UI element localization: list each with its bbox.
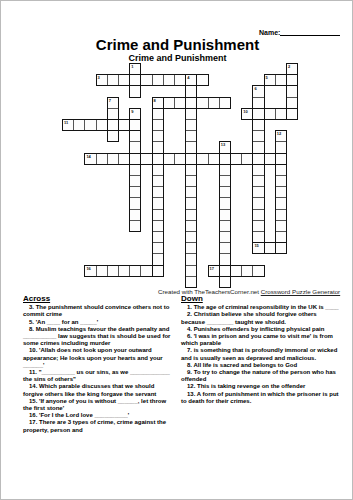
grid-cell[interactable] <box>174 153 186 165</box>
grid-cell[interactable] <box>264 153 276 165</box>
down-clue: 7. is something that is profoundly immor… <box>181 347 341 361</box>
grid-cell[interactable] <box>129 85 141 97</box>
clue-number: 4 <box>187 76 189 80</box>
down-clue-list: 1. The age of criminal responsibility in… <box>181 304 341 405</box>
credit-text: Created with TheTeachersCorner.net <box>158 288 261 295</box>
down-clue: 9. To try to change the nature of the pe… <box>181 369 341 383</box>
generator-link[interactable]: Crossword Puzzle Generator <box>261 288 340 295</box>
crossword-grid: 1234561578910111213141617 <box>62 63 310 293</box>
grid-cell[interactable] <box>196 74 208 86</box>
across-clues-column: Across 3. The punishment should convince… <box>23 295 176 434</box>
across-clue: 17. There are 3 types of crime, crime ag… <box>23 419 176 433</box>
down-clue: 4. Punishes offenders by inflicting phys… <box>181 326 341 333</box>
grid-cell[interactable] <box>96 119 108 131</box>
grid-cell[interactable] <box>286 108 298 120</box>
across-clue: 10. 'Allah does not look upon your outwa… <box>23 347 176 369</box>
clue-number: 3 <box>98 76 100 80</box>
grid-cell[interactable] <box>118 119 130 131</box>
down-clue: 1. The age of criminal responsibility in… <box>181 304 341 311</box>
grid-cell[interactable] <box>129 220 141 232</box>
clue-number: 2 <box>288 65 290 69</box>
grid-cell[interactable] <box>264 242 276 254</box>
name-field[interactable] <box>280 27 340 36</box>
clue-number: 5 <box>266 76 268 80</box>
grid-cell[interactable] <box>252 265 264 277</box>
name-label-text: Name: <box>259 29 280 36</box>
worksheet-page: Name: Crime and Punishment Crime and Pun… <box>0 0 353 500</box>
down-clue: 6. 'I was in prison and you came to visi… <box>181 333 341 347</box>
grid-cell[interactable] <box>118 153 130 165</box>
grid-cell[interactable] <box>275 74 287 86</box>
grid-cell[interactable]: 10 <box>241 108 253 120</box>
across-clue: 14. Which parable discusses that we shou… <box>23 383 176 397</box>
grid-cell[interactable] <box>118 74 130 86</box>
across-clue: 3. The punishment should convince others… <box>23 304 176 318</box>
grid-cell[interactable] <box>219 276 231 288</box>
clue-number: 13 <box>221 143 225 147</box>
clue-number: 8 <box>154 99 156 103</box>
grid-cell[interactable] <box>140 153 152 165</box>
grid-cell[interactable] <box>275 108 287 120</box>
clue-number: 7 <box>109 99 111 103</box>
grid-cell[interactable] <box>241 153 253 165</box>
clue-number: 11 <box>64 121 68 125</box>
across-clue: 8. Muslim teachings favour the death pen… <box>23 326 176 348</box>
grid-cell[interactable] <box>174 97 186 109</box>
grid-cell[interactable] <box>140 265 152 277</box>
grid-cell[interactable]: 17 <box>208 265 220 277</box>
down-clue: 8. All life is sacred and belongs to God <box>181 362 341 369</box>
across-header: Across <box>23 295 176 302</box>
grid-cell[interactable] <box>208 153 220 165</box>
clue-number: 9 <box>131 110 133 114</box>
clue-number: 6 <box>254 87 256 91</box>
clue-number: 15 <box>254 244 258 248</box>
across-clue: 16. 'For I the Lord love __________' <box>23 412 176 419</box>
down-clue: 12. This is taking revenge on the offend… <box>181 383 341 390</box>
clue-number: 14 <box>86 155 90 159</box>
page-title: Crime and Punishment <box>1 36 353 53</box>
across-clue-list: 3. The punishment should convince others… <box>23 304 176 434</box>
down-header: Down <box>181 295 341 302</box>
clue-number: 16 <box>86 267 90 271</box>
name-label: Name: <box>259 27 340 36</box>
clue-number: 1 <box>131 65 133 69</box>
grid-cell[interactable] <box>219 97 231 109</box>
across-clue: 11. "__________ us our sins, as we _____… <box>23 369 176 383</box>
down-clue: 2. Christian believe she should forgive … <box>181 311 341 325</box>
grid-cell[interactable] <box>275 242 287 254</box>
clue-number: 17 <box>210 267 214 271</box>
grid-cell[interactable] <box>107 130 119 142</box>
down-clues-column: Down 1. The age of criminal responsibili… <box>181 295 341 405</box>
down-clue: 13. A form of punishment in which the pr… <box>181 391 341 405</box>
clue-number: 12 <box>277 132 281 136</box>
clue-number: 10 <box>243 110 247 114</box>
across-clue: 5. 'An ____ for an _____' <box>23 319 176 326</box>
page-subtitle: Crime and Punishment <box>1 53 353 63</box>
grid-cell[interactable] <box>152 265 164 277</box>
grid-cell[interactable] <box>185 276 197 288</box>
across-clue: 15. 'If anyone of you is without ______,… <box>23 398 176 412</box>
